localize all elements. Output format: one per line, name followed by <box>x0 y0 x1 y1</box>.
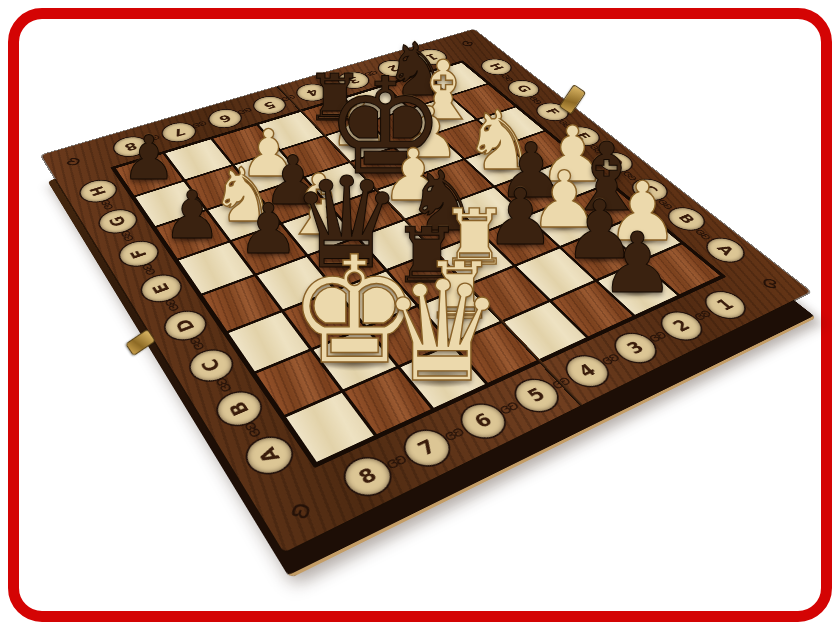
border-scroll-ornament-icon: ʚ <box>457 40 479 48</box>
border-scroll-ornament-icon: ʚ <box>62 153 85 169</box>
border-scroll-ornament-icon: ʚ <box>763 274 778 295</box>
border-scroll-ornament-icon: ʚ <box>280 500 318 522</box>
